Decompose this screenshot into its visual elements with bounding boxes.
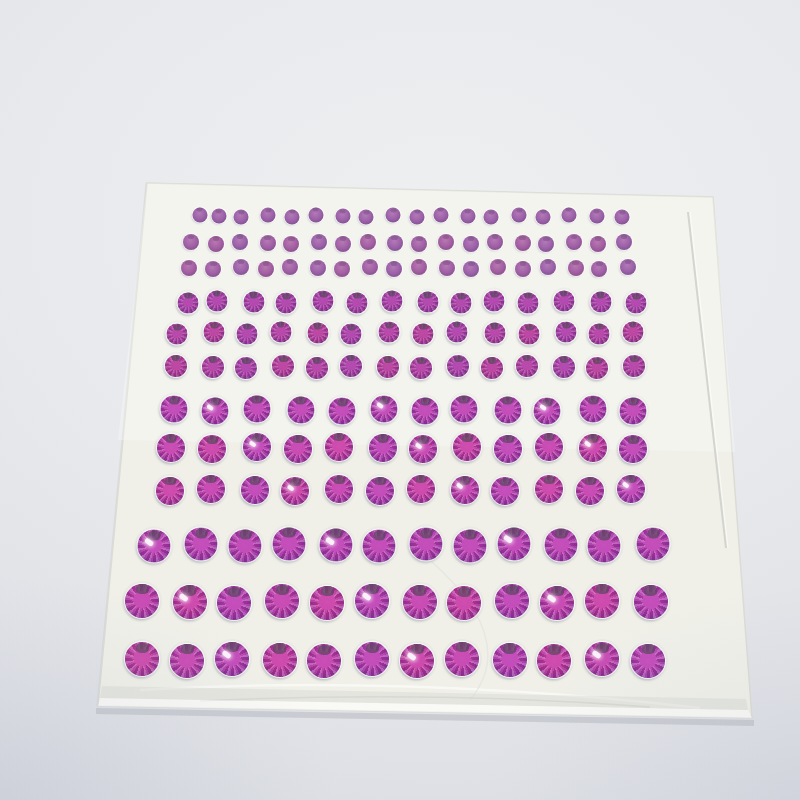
rhinestone-gem [494, 435, 522, 463]
rhinestone-gem [634, 585, 668, 619]
rhinestone-gem [235, 357, 257, 379]
rhinestone-gem [272, 527, 305, 560]
rhinestone-gem [590, 292, 611, 313]
rhinestone-gem [307, 323, 328, 344]
rhinestone-gem [568, 260, 584, 276]
rhinestone-gem [585, 642, 619, 676]
rhinestone-gem [623, 355, 645, 377]
rhinestone-gem [493, 643, 527, 677]
rhinestone-gem [192, 207, 207, 222]
rhinestone-gem [197, 475, 225, 503]
rhinestone-gem [379, 322, 400, 343]
rhinestone-gem [616, 234, 632, 250]
rhinestone-gem [512, 208, 527, 223]
rhinestone-gem [360, 234, 376, 250]
rhinestone-gem [234, 210, 249, 225]
rhinestone-gem [620, 397, 647, 424]
sparkle-highlight [584, 441, 593, 449]
rhinestone-gem [276, 293, 297, 314]
sparkle-highlight [503, 535, 513, 544]
rhinestone-gem [369, 434, 397, 462]
rhinestone-gem [537, 644, 571, 678]
rhinestone-gem [588, 530, 621, 563]
rhinestone-gem [403, 585, 437, 619]
rhinestone-gem [334, 261, 350, 277]
rhinestone-gem [335, 209, 350, 224]
rhinestone-gem [387, 235, 403, 251]
rhinestone-gem [181, 260, 197, 276]
rhinestone-gem [409, 435, 437, 463]
sparkle-highlight [248, 440, 257, 448]
rhinestone-gem [637, 528, 670, 561]
rhinestone-gem [258, 261, 274, 277]
rhinestone-gem [386, 261, 402, 277]
rhinestone-gem [241, 476, 269, 504]
rhinestone-gem [494, 397, 521, 424]
sparkle-highlight [144, 538, 154, 547]
rhinestone-gem [447, 586, 481, 620]
rhinestone-gem [125, 642, 159, 676]
rhinestone-gem [491, 477, 519, 505]
rhinestone-gem [165, 355, 187, 377]
rhinestone-gem [439, 260, 455, 276]
rhinestone-gem [363, 530, 396, 563]
sparkle-highlight [546, 594, 556, 604]
rhinestone-gem [413, 323, 434, 344]
rhinestone-gem [329, 398, 356, 425]
sparkle-highlight [406, 652, 416, 662]
rhinestone-gem [325, 475, 353, 503]
rhinestone-gem [463, 236, 479, 252]
rhinestone-gem [585, 584, 619, 618]
rhinestone-gem [355, 584, 389, 618]
rhinestone-gem [591, 261, 607, 277]
rhinestone-gem [447, 355, 469, 377]
sparkle-highlight [286, 484, 295, 492]
rhinestone-gem [237, 323, 258, 344]
rhinestone-gem [535, 433, 563, 461]
rhinestone-gem [371, 396, 398, 423]
rhinestone-gem [347, 292, 368, 313]
rhinestone-gem [490, 259, 506, 275]
rhinestone-gem [233, 259, 249, 275]
rhinestone-gem [412, 397, 439, 424]
rhinestone-gem [281, 477, 309, 505]
product-photo [0, 0, 800, 800]
rhinestone-gem [586, 357, 608, 379]
rhinestone-gem [157, 434, 185, 462]
rhinestone-gem [631, 644, 665, 678]
rhinestone-gem [590, 236, 606, 252]
rhinestone-gem [411, 259, 427, 275]
rhinestone-gem [553, 356, 575, 378]
sparkle-highlight [361, 592, 371, 602]
rhinestone-gem [417, 292, 438, 313]
rhinestone-gem [484, 323, 505, 344]
rhinestone-gem [386, 208, 401, 223]
rhinestone-gem [410, 209, 425, 224]
rhinestone-gem [579, 434, 607, 462]
rhinestone-gem [556, 322, 577, 343]
rhinestone-gem [411, 236, 427, 252]
rhinestone-gem [463, 261, 479, 277]
rhinestone-gem [206, 290, 227, 311]
rhinestone-gem [580, 396, 607, 423]
rhinestone-gem [540, 586, 574, 620]
rhinestone-gem [243, 433, 271, 461]
rhinestone-gem [173, 585, 207, 619]
rhinestone-gem [341, 324, 362, 345]
rhinestone-gem [313, 291, 334, 312]
rhinestone-gem [433, 207, 448, 222]
rhinestone-gem [335, 236, 351, 252]
rhinestone-gem [170, 644, 204, 678]
rhinestone-gem [260, 235, 276, 251]
rhinestone-gem [265, 584, 299, 618]
rhinestone-gem [211, 209, 226, 224]
rhinestone-gem [161, 396, 188, 423]
rhinestone-gem [202, 356, 224, 378]
rhinestone-gem [515, 261, 531, 277]
sparkle-highlight [414, 442, 423, 450]
rhinestone-gem [495, 584, 529, 618]
rhinestone-gem [536, 209, 551, 224]
rhinestone-gem [453, 433, 481, 461]
rhinestone-gem [450, 395, 477, 422]
sparkle-highlight [179, 593, 189, 603]
rhinestone-gem [617, 475, 645, 503]
rhinestone-gem [311, 234, 327, 250]
sparkle-highlight [325, 536, 335, 545]
rhinestone-gem [446, 321, 467, 342]
rhinestone-gem [589, 323, 610, 344]
rhinestone-gem [198, 435, 226, 463]
rhinestone-gem [178, 292, 199, 313]
rhinestone-gem [319, 529, 352, 562]
rhinestone-gem [515, 235, 531, 251]
rhinestone-gem [516, 355, 538, 377]
rhinestone-gem [229, 529, 262, 562]
rhinestone-gem [366, 477, 394, 505]
rhinestone-gem [540, 259, 556, 275]
rhinestone-gem [208, 236, 224, 252]
rhinestone-gem [232, 234, 248, 250]
rhinestone-gem [576, 477, 604, 505]
rhinestone-gem [310, 260, 326, 276]
sparkle-highlight [456, 483, 465, 491]
rhinestone-gem [460, 209, 475, 224]
rhinestone-gem [377, 356, 399, 378]
sparkle-highlight [591, 650, 601, 660]
rhinestone-gem [125, 584, 159, 618]
rhinestone-gem [534, 398, 561, 425]
rhinestone-gem [519, 324, 540, 345]
rhinestone-gem [243, 395, 270, 422]
rhinestone-gem [340, 355, 362, 377]
rhinestone-gem [497, 527, 530, 560]
sparkle-highlight [539, 404, 547, 412]
rhinestone-gem [205, 261, 221, 277]
rhinestone-gem [243, 292, 264, 313]
rhinestone-gem [362, 259, 378, 275]
rhinestone-gem [307, 644, 341, 678]
rhinestone-gem [283, 236, 299, 252]
rhinestone-gem [544, 529, 577, 562]
rhinestone-gem [484, 291, 505, 312]
rhinestone-gem [454, 529, 487, 562]
rhinestone-gem [538, 236, 554, 252]
rhinestone-gem [626, 293, 647, 314]
rhinestone-gem [481, 357, 503, 379]
rhinestone-gem [615, 210, 630, 225]
rhinestone-gem [410, 357, 432, 379]
rhinestone-gem [261, 208, 276, 223]
sparkle-highlight [375, 402, 383, 410]
rhinestone-gem [553, 290, 574, 311]
rhinestone-gem [619, 435, 647, 463]
sparkle-highlight [206, 404, 214, 412]
rhinestone-gem [183, 234, 199, 250]
rhinestone-gem [484, 210, 499, 225]
rhinestone-gem [445, 642, 479, 676]
rhinestone-gem [167, 324, 188, 345]
rhinestone-gem [487, 234, 503, 250]
rhinestone-gem [285, 209, 300, 224]
rhinestone-gem [215, 642, 249, 676]
rhinestone-gem [156, 477, 184, 505]
rhinestone-gem [325, 433, 353, 461]
rhinestone-gem [410, 528, 443, 561]
rhinestone-gem [451, 293, 472, 314]
rhinestone-gem [308, 207, 323, 222]
rhinestone-gem [272, 355, 294, 377]
rhinestone-gem [310, 586, 344, 620]
rhinestone-gem [287, 397, 314, 424]
rhinestone-gem [355, 642, 389, 676]
rhinestone-gem [535, 475, 563, 503]
sparkle-highlight [221, 650, 231, 660]
rhinestone-gem [217, 586, 251, 620]
rhinestone-gem [566, 234, 582, 250]
rhinestone-gem [202, 397, 229, 424]
rhinestone-gem [451, 476, 479, 504]
rhinestone-gem [620, 259, 636, 275]
rhinestone-gem [263, 643, 297, 677]
rhinestone-gem [438, 234, 454, 250]
rhinestone-gem [622, 321, 643, 342]
rhinestone-gem [359, 210, 374, 225]
rhinestone-gem [138, 530, 171, 563]
rhinestone-gem [561, 207, 576, 222]
rhinestone-gem [589, 209, 604, 224]
rhinestone-gem [407, 475, 435, 503]
rhinestone-gem [306, 357, 328, 379]
rhinestone-gem [185, 528, 218, 561]
rhinestone-gem [518, 292, 539, 313]
gem-grid [0, 0, 800, 800]
sparkle-highlight [622, 481, 631, 489]
rhinestone-gem [381, 290, 402, 311]
rhinestone-gem [400, 644, 434, 678]
rhinestone-gem [270, 321, 291, 342]
rhinestone-gem [284, 435, 312, 463]
rhinestone-gem [204, 322, 225, 343]
rhinestone-gem [282, 259, 298, 275]
